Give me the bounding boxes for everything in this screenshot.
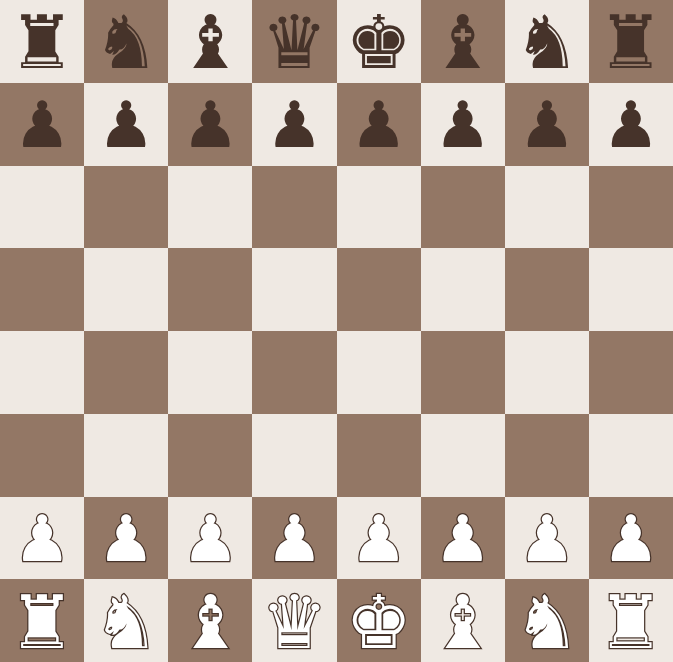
square-c7[interactable]: ♟: [168, 83, 252, 166]
square-f8[interactable]: ♝: [421, 0, 505, 83]
square-e5[interactable]: [337, 248, 421, 331]
square-e3[interactable]: [337, 414, 421, 497]
piece-white-bishop[interactable]: ♝: [177, 585, 243, 659]
piece-black-rook[interactable]: ♜: [598, 5, 664, 79]
piece-white-pawn[interactable]: ♟: [13, 507, 70, 571]
square-c4[interactable]: [168, 331, 252, 414]
piece-black-knight[interactable]: ♞: [514, 5, 580, 79]
piece-black-king[interactable]: ♚: [345, 5, 411, 79]
square-g5[interactable]: [505, 248, 589, 331]
piece-white-rook[interactable]: ♜: [598, 585, 664, 659]
square-b2[interactable]: ♟: [84, 497, 168, 580]
piece-black-pawn[interactable]: ♟: [13, 93, 70, 157]
piece-black-pawn[interactable]: ♟: [434, 93, 491, 157]
square-h5[interactable]: [589, 248, 673, 331]
square-d2[interactable]: ♟: [252, 497, 336, 580]
square-h1[interactable]: ♜: [589, 579, 673, 662]
square-a1[interactable]: ♜: [0, 579, 84, 662]
square-c3[interactable]: [168, 414, 252, 497]
square-d8[interactable]: ♛: [252, 0, 336, 83]
piece-black-pawn[interactable]: ♟: [266, 93, 323, 157]
piece-black-rook[interactable]: ♜: [9, 5, 75, 79]
piece-black-pawn[interactable]: ♟: [350, 93, 407, 157]
square-c2[interactable]: ♟: [168, 497, 252, 580]
piece-white-queen[interactable]: ♛: [261, 585, 327, 659]
square-a4[interactable]: [0, 331, 84, 414]
piece-black-pawn[interactable]: ♟: [98, 93, 155, 157]
square-g8[interactable]: ♞: [505, 0, 589, 83]
square-h2[interactable]: ♟: [589, 497, 673, 580]
square-b8[interactable]: ♞: [84, 0, 168, 83]
square-b6[interactable]: [84, 166, 168, 249]
square-b1[interactable]: ♞: [84, 579, 168, 662]
square-b7[interactable]: ♟: [84, 83, 168, 166]
square-a6[interactable]: [0, 166, 84, 249]
square-e4[interactable]: [337, 331, 421, 414]
square-e7[interactable]: ♟: [337, 83, 421, 166]
square-h4[interactable]: [589, 331, 673, 414]
square-e1[interactable]: ♚: [337, 579, 421, 662]
piece-white-king[interactable]: ♚: [345, 585, 411, 659]
square-a2[interactable]: ♟: [0, 497, 84, 580]
piece-black-knight[interactable]: ♞: [93, 5, 159, 79]
square-f2[interactable]: ♟: [421, 497, 505, 580]
square-d1[interactable]: ♛: [252, 579, 336, 662]
piece-white-pawn[interactable]: ♟: [98, 507, 155, 571]
square-b3[interactable]: [84, 414, 168, 497]
square-g6[interactable]: [505, 166, 589, 249]
square-e8[interactable]: ♚: [337, 0, 421, 83]
square-d6[interactable]: [252, 166, 336, 249]
piece-white-knight[interactable]: ♞: [93, 585, 159, 659]
square-a7[interactable]: ♟: [0, 83, 84, 166]
square-f6[interactable]: [421, 166, 505, 249]
square-c1[interactable]: ♝: [168, 579, 252, 662]
square-d3[interactable]: [252, 414, 336, 497]
square-d7[interactable]: ♟: [252, 83, 336, 166]
piece-black-pawn[interactable]: ♟: [182, 93, 239, 157]
square-g2[interactable]: ♟: [505, 497, 589, 580]
square-f5[interactable]: [421, 248, 505, 331]
square-h3[interactable]: [589, 414, 673, 497]
square-f3[interactable]: [421, 414, 505, 497]
square-h8[interactable]: ♜: [589, 0, 673, 83]
piece-white-pawn[interactable]: ♟: [350, 507, 407, 571]
square-a3[interactable]: [0, 414, 84, 497]
square-g7[interactable]: ♟: [505, 83, 589, 166]
piece-black-pawn[interactable]: ♟: [602, 93, 659, 157]
square-g3[interactable]: [505, 414, 589, 497]
square-f1[interactable]: ♝: [421, 579, 505, 662]
piece-black-pawn[interactable]: ♟: [518, 93, 575, 157]
square-d4[interactable]: [252, 331, 336, 414]
piece-white-bishop[interactable]: ♝: [430, 585, 496, 659]
square-c8[interactable]: ♝: [168, 0, 252, 83]
square-b5[interactable]: [84, 248, 168, 331]
piece-white-knight[interactable]: ♞: [514, 585, 580, 659]
piece-white-pawn[interactable]: ♟: [182, 507, 239, 571]
square-c6[interactable]: [168, 166, 252, 249]
square-c5[interactable]: [168, 248, 252, 331]
square-a5[interactable]: [0, 248, 84, 331]
piece-black-queen[interactable]: ♛: [261, 5, 327, 79]
piece-white-pawn[interactable]: ♟: [602, 507, 659, 571]
square-f4[interactable]: [421, 331, 505, 414]
piece-black-bishop[interactable]: ♝: [430, 5, 496, 79]
square-e2[interactable]: ♟: [337, 497, 421, 580]
square-g1[interactable]: ♞: [505, 579, 589, 662]
piece-black-bishop[interactable]: ♝: [177, 5, 243, 79]
square-g4[interactable]: [505, 331, 589, 414]
square-e6[interactable]: [337, 166, 421, 249]
square-f7[interactable]: ♟: [421, 83, 505, 166]
piece-white-rook[interactable]: ♜: [9, 585, 75, 659]
piece-white-pawn[interactable]: ♟: [266, 507, 323, 571]
piece-white-pawn[interactable]: ♟: [434, 507, 491, 571]
square-d5[interactable]: [252, 248, 336, 331]
chess-board: ♜♞♝♛♚♝♞♜♟♟♟♟♟♟♟♟♟♟♟♟♟♟♟♟♜♞♝♛♚♝♞♜: [0, 0, 673, 662]
square-b4[interactable]: [84, 331, 168, 414]
square-h6[interactable]: [589, 166, 673, 249]
piece-white-pawn[interactable]: ♟: [518, 507, 575, 571]
square-a8[interactable]: ♜: [0, 0, 84, 83]
square-h7[interactable]: ♟: [589, 83, 673, 166]
